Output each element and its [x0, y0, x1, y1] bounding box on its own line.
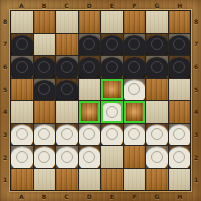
square-D1[interactable] — [79, 169, 101, 191]
black-piece-F7[interactable]: ● — [124, 34, 146, 56]
file-label-top-E: E — [101, 0, 124, 10]
square-G6[interactable]: ● — [146, 56, 168, 78]
square-A7[interactable]: ● — [11, 34, 33, 56]
square-A6[interactable]: ● — [11, 56, 33, 78]
black-piece-H6[interactable]: ● — [169, 56, 191, 78]
square-F8[interactable] — [124, 11, 146, 33]
square-G3[interactable]: ● — [146, 124, 168, 146]
file-label-top-B: B — [33, 0, 56, 10]
square-C7[interactable] — [56, 34, 78, 56]
file-label-bottom-D: D — [78, 191, 101, 201]
file-label-top-G: G — [146, 0, 169, 10]
rank-label-left-3: 3 — [0, 123, 10, 146]
white-piece-D2[interactable]: ● — [79, 146, 101, 168]
square-B7[interactable] — [34, 34, 56, 56]
white-piece-F5[interactable]: ● — [124, 79, 146, 101]
black-piece-F6[interactable]: ● — [124, 56, 146, 78]
checkers-board: ●●●●●●●●●●●●●●●●●●●●●●●●●●●●●●●● — [10, 10, 191, 191]
file-label-bottom-A: A — [10, 191, 33, 201]
white-piece-B3[interactable]: ● — [34, 124, 56, 146]
square-F7[interactable]: ● — [124, 34, 146, 56]
rank-label-right-4: 4 — [191, 101, 201, 124]
file-label-top-C: C — [55, 0, 78, 10]
square-D4[interactable] — [79, 101, 101, 123]
rank-label-left-8: 8 — [0, 10, 10, 33]
square-H6[interactable]: ● — [169, 56, 191, 78]
file-label-bottom-H: H — [168, 191, 191, 201]
file-label-bottom-C: C — [55, 191, 78, 201]
square-G2[interactable]: ● — [146, 146, 168, 168]
square-G7[interactable]: ● — [146, 34, 168, 56]
square-F4[interactable] — [124, 101, 146, 123]
black-piece-E7[interactable]: ● — [101, 34, 123, 56]
square-G1[interactable] — [146, 169, 168, 191]
white-piece-F3[interactable]: ● — [124, 124, 146, 146]
square-D8[interactable] — [79, 11, 101, 33]
rank-label-left-5: 5 — [0, 78, 10, 101]
square-E2[interactable] — [101, 146, 123, 168]
black-piece-H7[interactable]: ● — [169, 34, 191, 56]
black-piece-G6[interactable]: ● — [146, 56, 168, 78]
rank-label-right-8: 8 — [191, 10, 201, 33]
white-piece-A2[interactable]: ● — [11, 146, 33, 168]
white-piece-G3[interactable]: ● — [146, 124, 168, 146]
white-piece-C3[interactable]: ● — [56, 124, 78, 146]
white-piece-G2[interactable]: ● — [146, 146, 168, 168]
white-piece-E3[interactable]: ● — [101, 124, 123, 146]
square-C1[interactable] — [56, 169, 78, 191]
square-A3[interactable]: ● — [11, 124, 33, 146]
rank-labels-right: 87654321 — [191, 10, 201, 191]
square-H3[interactable]: ● — [169, 124, 191, 146]
square-D2[interactable]: ● — [79, 146, 101, 168]
square-D5[interactable] — [79, 79, 101, 101]
file-labels-bottom: ABCDEFGH — [10, 191, 191, 201]
black-piece-D7[interactable]: ● — [79, 34, 101, 56]
square-H4[interactable] — [169, 101, 191, 123]
square-B1[interactable] — [34, 169, 56, 191]
square-D3[interactable]: ● — [79, 124, 101, 146]
file-label-bottom-B: B — [33, 191, 56, 201]
square-A8[interactable] — [11, 11, 33, 33]
square-G5[interactable] — [146, 79, 168, 101]
black-piece-A6[interactable]: ● — [11, 56, 33, 78]
white-piece-H3[interactable]: ● — [169, 124, 191, 146]
square-E8[interactable] — [101, 11, 123, 33]
square-B3[interactable]: ● — [34, 124, 56, 146]
square-A5[interactable] — [11, 79, 33, 101]
black-piece-A7[interactable]: ● — [11, 34, 33, 56]
square-C3[interactable]: ● — [56, 124, 78, 146]
file-label-bottom-F: F — [123, 191, 146, 201]
square-A2[interactable]: ● — [11, 146, 33, 168]
square-A4[interactable] — [11, 101, 33, 123]
black-piece-C5[interactable]: ● — [56, 79, 78, 101]
black-piece-D6[interactable]: ● — [79, 56, 101, 78]
square-H2[interactable]: ● — [169, 146, 191, 168]
file-label-top-D: D — [78, 0, 101, 10]
square-F6[interactable]: ● — [124, 56, 146, 78]
black-piece-E6[interactable]: ● — [101, 56, 123, 78]
square-H5[interactable] — [169, 79, 191, 101]
black-piece-G7[interactable]: ● — [146, 34, 168, 56]
square-B5[interactable]: ● — [34, 79, 56, 101]
square-E5[interactable] — [101, 79, 123, 101]
square-E3[interactable]: ● — [101, 124, 123, 146]
white-piece-E4[interactable]: ● — [103, 103, 121, 121]
black-piece-B6[interactable]: ● — [34, 56, 56, 78]
square-B4[interactable] — [34, 101, 56, 123]
square-D7[interactable]: ● — [79, 34, 101, 56]
square-C6[interactable]: ● — [56, 56, 78, 78]
rank-label-right-2: 2 — [191, 146, 201, 169]
square-B6[interactable]: ● — [34, 56, 56, 78]
square-E1[interactable] — [101, 169, 123, 191]
rank-label-right-1: 1 — [191, 168, 201, 191]
square-F1[interactable] — [124, 169, 146, 191]
rank-label-right-3: 3 — [191, 123, 201, 146]
black-piece-B5[interactable]: ● — [34, 79, 56, 101]
rank-label-right-6: 6 — [191, 55, 201, 78]
square-C8[interactable] — [56, 11, 78, 33]
square-H7[interactable]: ● — [169, 34, 191, 56]
square-F5[interactable]: ● — [124, 79, 146, 101]
white-piece-H2[interactable]: ● — [169, 146, 191, 168]
white-piece-A3[interactable]: ● — [11, 124, 33, 146]
file-label-bottom-E: E — [101, 191, 124, 201]
rank-label-left-2: 2 — [0, 146, 10, 169]
rank-label-right-7: 7 — [191, 33, 201, 56]
rank-label-left-4: 4 — [0, 101, 10, 124]
white-piece-C2[interactable]: ● — [56, 146, 78, 168]
square-H1[interactable] — [169, 169, 191, 191]
white-piece-D3[interactable]: ● — [79, 124, 101, 146]
file-label-bottom-G: G — [146, 191, 169, 201]
square-E6[interactable]: ● — [101, 56, 123, 78]
rank-label-right-5: 5 — [191, 78, 201, 101]
file-label-top-A: A — [10, 0, 33, 10]
square-C4[interactable] — [56, 101, 78, 123]
square-G4[interactable] — [146, 101, 168, 123]
black-piece-C6[interactable]: ● — [56, 56, 78, 78]
square-H8[interactable] — [169, 11, 191, 33]
square-G8[interactable] — [146, 11, 168, 33]
square-A1[interactable] — [11, 169, 33, 191]
rank-label-left-7: 7 — [0, 33, 10, 56]
square-B8[interactable] — [34, 11, 56, 33]
square-C2[interactable]: ● — [56, 146, 78, 168]
file-labels-top: ABCDEFGH — [10, 0, 191, 10]
file-label-top-F: F — [123, 0, 146, 10]
rank-label-left-6: 6 — [0, 55, 10, 78]
file-label-top-H: H — [168, 0, 191, 10]
square-F3[interactable]: ● — [124, 124, 146, 146]
square-D6[interactable]: ● — [79, 56, 101, 78]
rank-labels-left: 87654321 — [0, 10, 10, 191]
square-E4[interactable]: ● — [101, 101, 123, 123]
square-F2[interactable] — [124, 146, 146, 168]
square-E7[interactable]: ● — [101, 34, 123, 56]
square-B2[interactable]: ● — [34, 146, 56, 168]
rank-label-left-1: 1 — [0, 168, 10, 191]
white-piece-B2[interactable]: ● — [34, 146, 56, 168]
square-C5[interactable]: ● — [56, 79, 78, 101]
